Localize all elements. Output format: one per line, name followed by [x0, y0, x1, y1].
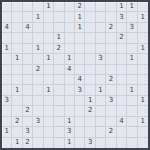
cell-r5-c13[interactable]: [138, 54, 148, 64]
cell-r6-c13[interactable]: [138, 65, 148, 75]
cell-r10-c10[interactable]: [106, 106, 116, 116]
clue-number: 4: [77, 76, 81, 83]
cell-r5-c4[interactable]: 1: [44, 54, 54, 64]
cell-r4-c3[interactable]: 1: [33, 44, 43, 54]
cell-r6-c12[interactable]: [127, 65, 137, 75]
cell-r13-c8[interactable]: 3: [85, 138, 95, 148]
cell-r10-c3[interactable]: [33, 106, 43, 116]
cell-r1-c7[interactable]: 1: [75, 12, 85, 22]
cell-r4-c0[interactable]: 1: [2, 44, 12, 54]
cell-r13-c5[interactable]: [54, 138, 64, 148]
clue-number: 2: [25, 107, 29, 114]
cell-r6-c10[interactable]: [106, 65, 116, 75]
cell-r9-c7[interactable]: [75, 96, 85, 106]
cell-r4-c13[interactable]: 1: [138, 44, 148, 54]
cell-r5-c10[interactable]: [106, 54, 116, 64]
cell-r7-c12[interactable]: [127, 75, 137, 85]
cell-r12-c6[interactable]: 3: [65, 127, 75, 137]
cell-r11-c8[interactable]: [85, 117, 95, 127]
clue-number: 1: [98, 87, 102, 94]
cell-r2-c0[interactable]: 4: [2, 23, 12, 33]
cell-r2-c9[interactable]: [96, 23, 106, 33]
cell-r4-c7[interactable]: [75, 44, 85, 54]
cell-r13-c11[interactable]: [117, 138, 127, 148]
cell-r0-c3[interactable]: [33, 2, 43, 12]
cell-r6-c6[interactable]: 4: [65, 65, 75, 75]
cell-r11-c11[interactable]: 4: [117, 117, 127, 127]
clue-number: 1: [77, 14, 81, 21]
cell-r12-c4[interactable]: [44, 127, 54, 137]
cell-r10-c6[interactable]: [65, 106, 75, 116]
cell-r9-c10[interactable]: 3: [106, 96, 116, 106]
cell-r5-c6[interactable]: 1: [65, 54, 75, 64]
clue-number: 1: [141, 14, 145, 21]
cell-r0-c11[interactable]: 1: [117, 2, 127, 12]
clue-number: 2: [77, 3, 81, 10]
clue-number: 1: [46, 87, 50, 94]
cell-r5-c0[interactable]: [2, 54, 12, 64]
cell-r1-c4[interactable]: [44, 12, 54, 22]
cell-r10-c0[interactable]: [2, 106, 12, 116]
cell-r0-c9[interactable]: [96, 2, 106, 12]
cell-r6-c3[interactable]: 2: [33, 65, 43, 75]
cell-r8-c3[interactable]: [33, 85, 43, 95]
cell-r13-c10[interactable]: [106, 138, 116, 148]
cell-r11-c4[interactable]: [44, 117, 54, 127]
cell-r9-c12[interactable]: [127, 96, 137, 106]
cell-r12-c12[interactable]: [127, 127, 137, 137]
cell-r13-c0[interactable]: [2, 138, 12, 148]
cell-r10-c4[interactable]: [44, 106, 54, 116]
cell-r8-c8[interactable]: [85, 85, 95, 95]
cell-r12-c9[interactable]: [96, 127, 106, 137]
cell-r6-c8[interactable]: [85, 65, 95, 75]
cell-r0-c4[interactable]: 1: [44, 2, 54, 12]
cell-r9-c6[interactable]: [65, 96, 75, 106]
cell-r7-c0[interactable]: [2, 75, 12, 85]
cell-r8-c13[interactable]: [138, 85, 148, 95]
cell-r12-c11[interactable]: [117, 127, 127, 137]
cell-r4-c6[interactable]: [65, 44, 75, 54]
cell-r0-c7[interactable]: 2: [75, 2, 85, 12]
clue-number: 1: [46, 3, 50, 10]
cell-r2-c10[interactable]: 2: [106, 23, 116, 33]
cell-r0-c8[interactable]: [85, 2, 95, 12]
cell-r13-c2[interactable]: 2: [23, 138, 33, 148]
cell-r11-c2[interactable]: [23, 117, 33, 127]
cell-r1-c9[interactable]: [96, 12, 106, 22]
cell-r3-c6[interactable]: [65, 33, 75, 43]
clue-number: 1: [119, 3, 123, 10]
clue-number: 4: [25, 24, 29, 31]
clue-number: 1: [130, 3, 134, 10]
cell-r11-c7[interactable]: [75, 117, 85, 127]
clue-number: 3: [77, 87, 81, 94]
cell-r10-c9[interactable]: [96, 106, 106, 116]
cell-r11-c10[interactable]: [106, 117, 116, 127]
cell-r0-c12[interactable]: 1: [127, 2, 137, 12]
clue-number: 3: [36, 118, 40, 125]
cell-r3-c0[interactable]: [2, 33, 12, 43]
cell-r7-c2[interactable]: [23, 75, 33, 85]
cell-r1-c6[interactable]: [65, 12, 75, 22]
cell-r13-c13[interactable]: [138, 138, 148, 148]
cell-r12-c8[interactable]: [85, 127, 95, 137]
cell-r3-c7[interactable]: [75, 33, 85, 43]
cell-r4-c11[interactable]: [117, 44, 127, 54]
clue-number: 3: [25, 128, 29, 135]
clue-number: 1: [15, 87, 19, 94]
cell-r10-c8[interactable]: 2: [85, 106, 95, 116]
cell-r1-c2[interactable]: [23, 12, 33, 22]
cell-r10-c11[interactable]: [117, 106, 127, 116]
cell-r4-c8[interactable]: [85, 44, 95, 54]
clue-number: 2: [119, 34, 123, 41]
cell-r2-c13[interactable]: [138, 23, 148, 33]
clue-number: 1: [67, 118, 71, 125]
clue-number: 1: [130, 55, 134, 62]
cell-r2-c4[interactable]: [44, 23, 54, 33]
cell-r1-c0[interactable]: [2, 12, 12, 22]
cell-r0-c2[interactable]: [23, 2, 33, 12]
cell-r1-c12[interactable]: [127, 12, 137, 22]
cell-r3-c13[interactable]: [138, 33, 148, 43]
cell-r12-c0[interactable]: 1: [2, 127, 12, 137]
cell-r12-c2[interactable]: 3: [23, 127, 33, 137]
cell-r13-c4[interactable]: [44, 138, 54, 148]
cell-r0-c6[interactable]: [65, 2, 75, 12]
cell-r12-c10[interactable]: 2: [106, 127, 116, 137]
cell-r11-c12[interactable]: [127, 117, 137, 127]
cell-r8-c6[interactable]: [65, 85, 75, 95]
cell-r5-c3[interactable]: [33, 54, 43, 64]
clue-number: 3: [119, 14, 123, 21]
cell-r11-c9[interactable]: [96, 117, 106, 127]
cell-r2-c1[interactable]: [12, 23, 22, 33]
cell-r6-c2[interactable]: [23, 65, 33, 75]
clue-number: 1: [141, 97, 145, 104]
cell-r1-c10[interactable]: [106, 12, 116, 22]
clue-number: 3: [67, 128, 71, 135]
cell-r1-c5[interactable]: [54, 12, 64, 22]
cell-r4-c1[interactable]: [12, 44, 22, 54]
cell-r11-c5[interactable]: [54, 117, 64, 127]
cell-r5-c5[interactable]: [54, 54, 64, 64]
cell-r13-c9[interactable]: [96, 138, 106, 148]
cell-r6-c4[interactable]: [44, 65, 54, 75]
cell-r6-c7[interactable]: [75, 65, 85, 75]
clue-number: 2: [25, 139, 29, 146]
clue-number: 1: [46, 55, 50, 62]
clue-number: 2: [109, 128, 113, 135]
clue-number: 3: [98, 55, 102, 62]
clue-number: 1: [67, 139, 71, 146]
cell-r9-c0[interactable]: 3: [2, 96, 12, 106]
clue-number: 1: [36, 45, 40, 52]
cell-r4-c12[interactable]: [127, 44, 137, 54]
cell-r1-c3[interactable]: 1: [33, 12, 43, 22]
cell-r8-c2[interactable]: [23, 85, 33, 95]
cell-r3-c4[interactable]: [44, 33, 54, 43]
cell-r4-c4[interactable]: [44, 44, 54, 54]
clue-number: 3: [88, 139, 92, 146]
cell-r4-c9[interactable]: [96, 44, 106, 54]
cell-r10-c5[interactable]: [54, 106, 64, 116]
cell-r7-c10[interactable]: 2: [106, 75, 116, 85]
cell-r9-c13[interactable]: 1: [138, 96, 148, 106]
cell-r12-c7[interactable]: [75, 127, 85, 137]
cell-r12-c1[interactable]: [12, 127, 22, 137]
clue-number: 2: [109, 76, 113, 83]
cell-r9-c1[interactable]: [12, 96, 22, 106]
cell-r13-c1[interactable]: 1: [12, 138, 22, 148]
cell-r7-c7[interactable]: 4: [75, 75, 85, 85]
cell-r7-c8[interactable]: [85, 75, 95, 85]
cell-r12-c5[interactable]: [54, 127, 64, 137]
cell-r0-c0[interactable]: [2, 2, 12, 12]
cell-r1-c11[interactable]: 3: [117, 12, 127, 22]
cell-r6-c9[interactable]: [96, 65, 106, 75]
cell-r7-c4[interactable]: [44, 75, 54, 85]
cell-r3-c2[interactable]: [23, 33, 33, 43]
cell-r7-c6[interactable]: [65, 75, 75, 85]
clue-number: 1: [4, 45, 8, 52]
clue-number: 1: [15, 139, 19, 146]
clue-number: 1: [15, 55, 19, 62]
clue-number: 1: [67, 55, 71, 62]
cell-r10-c1[interactable]: [12, 106, 22, 116]
clue-number: 1: [4, 128, 8, 135]
cell-r2-c5[interactable]: [54, 23, 64, 33]
clue-number: 2: [57, 45, 61, 52]
cell-r13-c3[interactable]: [33, 138, 43, 148]
cell-r5-c11[interactable]: [117, 54, 127, 64]
cell-r7-c3[interactable]: [33, 75, 43, 85]
cell-r1-c1[interactable]: [12, 12, 22, 22]
cell-r9-c4[interactable]: [44, 96, 54, 106]
cell-r0-c10[interactable]: [106, 2, 116, 12]
cell-r3-c10[interactable]: [106, 33, 116, 43]
cell-r5-c2[interactable]: [23, 54, 33, 64]
cell-r8-c12[interactable]: 1: [127, 85, 137, 95]
cell-r0-c5[interactable]: [54, 2, 64, 12]
cell-r13-c12[interactable]: [127, 138, 137, 148]
clue-number: 2: [109, 24, 113, 31]
cell-r9-c3[interactable]: [33, 96, 43, 106]
cell-r2-c2[interactable]: 4: [23, 23, 33, 33]
cell-r3-c1[interactable]: [12, 33, 22, 43]
clue-number: 3: [130, 24, 134, 31]
cell-r2-c6[interactable]: [65, 23, 75, 33]
cell-r5-c12[interactable]: 1: [127, 54, 137, 64]
cell-r6-c0[interactable]: [2, 65, 12, 75]
cell-r1-c8[interactable]: [85, 12, 95, 22]
cell-r11-c3[interactable]: 3: [33, 117, 43, 127]
clue-number: 2: [15, 118, 19, 125]
clue-number: 1: [141, 118, 145, 125]
cell-r11-c6[interactable]: 1: [65, 117, 75, 127]
cell-r5-c7[interactable]: [75, 54, 85, 64]
clue-number: 1: [141, 45, 145, 52]
cell-r3-c8[interactable]: [85, 33, 95, 43]
puzzle-board: 1211113144123121121111312442113113131222…: [0, 0, 150, 150]
clue-number: 3: [4, 97, 8, 104]
clue-number: 4: [4, 24, 8, 31]
cell-r4-c5[interactable]: 2: [54, 44, 64, 54]
cell-r3-c12[interactable]: [127, 33, 137, 43]
cell-r10-c12[interactable]: [127, 106, 137, 116]
cell-r10-c7[interactable]: [75, 106, 85, 116]
cell-r8-c11[interactable]: [117, 85, 127, 95]
clue-number: 1: [88, 97, 92, 104]
cell-r1-c13[interactable]: 1: [138, 12, 148, 22]
cell-r2-c3[interactable]: [33, 23, 43, 33]
cell-r13-c6[interactable]: 1: [65, 138, 75, 148]
cell-r8-c9[interactable]: 1: [96, 85, 106, 95]
cell-r2-c7[interactable]: 1: [75, 23, 85, 33]
cell-r2-c8[interactable]: [85, 23, 95, 33]
clue-number: 2: [88, 107, 92, 114]
clue-number: 2: [36, 66, 40, 73]
cell-r10-c2[interactable]: 2: [23, 106, 33, 116]
cell-r4-c10[interactable]: [106, 44, 116, 54]
cell-r7-c9[interactable]: [96, 75, 106, 85]
cell-r11-c0[interactable]: [2, 117, 12, 127]
cell-r6-c11[interactable]: [117, 65, 127, 75]
clue-number: 1: [36, 14, 40, 21]
cell-r3-c3[interactable]: [33, 33, 43, 43]
cell-r9-c9[interactable]: [96, 96, 106, 106]
cell-r2-c11[interactable]: [117, 23, 127, 33]
clue-number: 3: [109, 97, 113, 104]
cell-r4-c2[interactable]: [23, 44, 33, 54]
cell-r7-c11[interactable]: [117, 75, 127, 85]
cell-r8-c7[interactable]: 3: [75, 85, 85, 95]
clue-number: 1: [77, 24, 81, 31]
clue-number: 1: [57, 34, 61, 41]
cell-r5-c1[interactable]: 1: [12, 54, 22, 64]
cell-r6-c5[interactable]: [54, 65, 64, 75]
cell-r8-c0[interactable]: [2, 85, 12, 95]
cell-r0-c1[interactable]: [12, 2, 22, 12]
cell-r10-c13[interactable]: [138, 106, 148, 116]
cell-r2-c12[interactable]: 3: [127, 23, 137, 33]
cell-r5-c8[interactable]: [85, 54, 95, 64]
cell-r7-c1[interactable]: [12, 75, 22, 85]
cell-r12-c13[interactable]: [138, 127, 148, 137]
cell-r12-c3[interactable]: [33, 127, 43, 137]
cell-r8-c10[interactable]: [106, 85, 116, 95]
cell-r11-c1[interactable]: 2: [12, 117, 22, 127]
clue-number: 4: [67, 66, 71, 73]
cell-r13-c7[interactable]: [75, 138, 85, 148]
cell-r9-c11[interactable]: [117, 96, 127, 106]
cell-r5-c9[interactable]: 3: [96, 54, 106, 64]
clue-number: 4: [119, 118, 123, 125]
cell-r8-c4[interactable]: 1: [44, 85, 54, 95]
cell-r9-c5[interactable]: [54, 96, 64, 106]
cell-r0-c13[interactable]: [138, 2, 148, 12]
cell-r8-c1[interactable]: 1: [12, 85, 22, 95]
cell-r7-c13[interactable]: [138, 75, 148, 85]
cell-r6-c1[interactable]: [12, 65, 22, 75]
cell-r3-c11[interactable]: 2: [117, 33, 127, 43]
cell-r7-c5[interactable]: [54, 75, 64, 85]
cell-r8-c5[interactable]: [54, 85, 64, 95]
cell-r11-c13[interactable]: 1: [138, 117, 148, 127]
clue-number: 1: [130, 87, 134, 94]
cell-r3-c9[interactable]: [96, 33, 106, 43]
cell-r9-c2[interactable]: [23, 96, 33, 106]
cell-r9-c8[interactable]: 1: [85, 96, 95, 106]
cell-r3-c5[interactable]: 1: [54, 33, 64, 43]
